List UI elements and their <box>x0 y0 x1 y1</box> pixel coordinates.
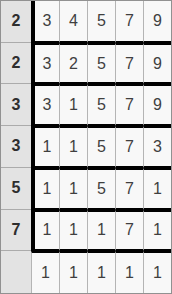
grid-cell: 1 <box>143 168 171 210</box>
row-header-cell: 7 <box>1 210 31 252</box>
board-row: 11111 <box>1 251 171 293</box>
grid-cell: 3 <box>31 1 59 43</box>
grid-cell: 7 <box>115 126 143 168</box>
board-row: 311573 <box>1 126 171 168</box>
grid-cell: 7 <box>115 84 143 126</box>
grid-cell: 9 <box>143 1 171 43</box>
grid-cell: 1 <box>59 210 87 252</box>
grid-cell: 1 <box>87 251 115 293</box>
grid-cell: 5 <box>87 84 115 126</box>
grid-cell: 3 <box>143 126 171 168</box>
grid-cell: 7 <box>115 43 143 85</box>
row-header-cell: 3 <box>1 126 31 168</box>
row-header-cell: 3 <box>1 84 31 126</box>
grid-cell: 5 <box>87 43 115 85</box>
board-row: 234579 <box>1 1 171 43</box>
row-header-cell: 5 <box>1 168 31 210</box>
grid-cell: 4 <box>59 1 87 43</box>
grid-cell: 1 <box>31 251 59 293</box>
row-header-cell: 2 <box>1 43 31 85</box>
number-grid-board: 2345792325793315793115735115717111711111… <box>0 0 172 294</box>
grid-cell: 9 <box>143 84 171 126</box>
board-row: 331579 <box>1 84 171 126</box>
grid-cell: 5 <box>87 1 115 43</box>
grid-cell: 5 <box>87 126 115 168</box>
grid-cell: 1 <box>143 251 171 293</box>
grid-cell: 3 <box>31 84 59 126</box>
row-header-cell <box>1 251 31 293</box>
board-row: 711171 <box>1 210 171 252</box>
grid-cell: 1 <box>143 210 171 252</box>
grid-cell: 1 <box>87 210 115 252</box>
grid-cell: 5 <box>87 168 115 210</box>
grid-cell: 1 <box>31 126 59 168</box>
grid-cell: 7 <box>115 1 143 43</box>
grid-cell: 7 <box>115 168 143 210</box>
grid-cell: 9 <box>143 43 171 85</box>
grid-cell: 1 <box>59 126 87 168</box>
board-row: 511571 <box>1 168 171 210</box>
grid-cell: 1 <box>59 251 87 293</box>
board-row: 232579 <box>1 43 171 85</box>
row-header-cell: 2 <box>1 1 31 43</box>
grid-cell: 1 <box>59 84 87 126</box>
grid-cell: 1 <box>31 210 59 252</box>
grid-cell: 1 <box>115 251 143 293</box>
grid-cell: 1 <box>59 168 87 210</box>
grid-cell: 3 <box>31 43 59 85</box>
grid-cell: 1 <box>31 168 59 210</box>
grid-cell: 7 <box>115 210 143 252</box>
grid-cell: 2 <box>59 43 87 85</box>
